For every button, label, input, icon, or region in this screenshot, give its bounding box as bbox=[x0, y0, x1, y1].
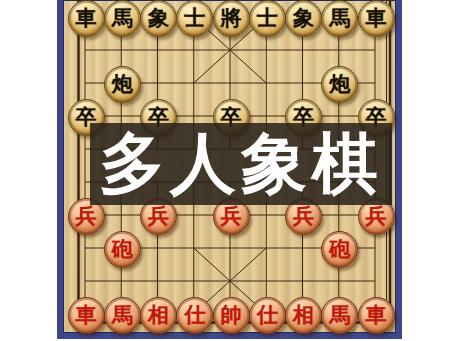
piece-red-elephant[interactable]: 相 bbox=[140, 297, 177, 334]
app-window: 車馬象士將士象馬車炮炮卒卒卒卒卒兵兵兵兵兵砲砲車馬相仕帥仕相馬車 多人象棋 bbox=[0, 0, 457, 341]
piece-red-elephant[interactable]: 相 bbox=[285, 297, 322, 334]
piece-black-chariot[interactable]: 車 bbox=[358, 0, 395, 37]
piece-black-elephant[interactable]: 象 bbox=[140, 0, 177, 37]
piece-red-general[interactable]: 帥 bbox=[213, 297, 250, 334]
piece-black-chariot[interactable]: 車 bbox=[68, 0, 105, 37]
piece-black-advisor[interactable]: 士 bbox=[176, 0, 213, 37]
piece-red-horse[interactable]: 馬 bbox=[321, 297, 358, 334]
title-text: 多人象棋 bbox=[99, 123, 383, 205]
piece-red-advisor[interactable]: 仕 bbox=[176, 297, 213, 334]
piece-red-advisor[interactable]: 仕 bbox=[249, 297, 286, 334]
title-banner: 多人象棋 bbox=[90, 123, 392, 205]
piece-red-chariot[interactable]: 車 bbox=[68, 297, 105, 334]
piece-red-chariot[interactable]: 車 bbox=[358, 297, 395, 334]
piece-black-cannon[interactable]: 炮 bbox=[104, 66, 141, 103]
piece-red-cannon[interactable]: 砲 bbox=[104, 231, 141, 268]
piece-black-horse[interactable]: 馬 bbox=[321, 0, 358, 37]
piece-black-advisor[interactable]: 士 bbox=[249, 0, 286, 37]
piece-black-general[interactable]: 將 bbox=[213, 0, 250, 37]
piece-red-horse[interactable]: 馬 bbox=[104, 297, 141, 334]
piece-black-elephant[interactable]: 象 bbox=[285, 0, 322, 37]
piece-red-cannon[interactable]: 砲 bbox=[321, 231, 358, 268]
piece-black-cannon[interactable]: 炮 bbox=[321, 66, 358, 103]
piece-black-horse[interactable]: 馬 bbox=[104, 0, 141, 37]
